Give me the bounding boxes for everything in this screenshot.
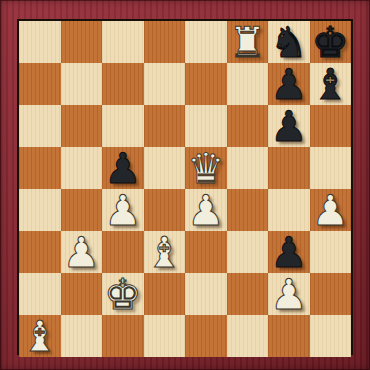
square-d8[interactable] (144, 21, 186, 63)
square-b2[interactable] (61, 273, 103, 315)
square-h7[interactable]: ♝ (310, 63, 352, 105)
square-f7[interactable] (227, 63, 269, 105)
square-d4[interactable] (144, 189, 186, 231)
white-bishop: ♝ (145, 232, 183, 274)
square-d7[interactable] (144, 63, 186, 105)
black-pawn: ♟ (270, 64, 308, 106)
black-pawn: ♟ (270, 106, 308, 148)
square-d6[interactable] (144, 105, 186, 147)
square-c5[interactable]: ♟ (102, 147, 144, 189)
square-f2[interactable] (227, 273, 269, 315)
square-g6[interactable]: ♟ (268, 105, 310, 147)
square-g3[interactable]: ♟ (268, 231, 310, 273)
square-a8[interactable] (19, 21, 61, 63)
square-b7[interactable] (61, 63, 103, 105)
white-pawn: ♟ (187, 190, 225, 232)
square-e6[interactable] (185, 105, 227, 147)
black-pawn: ♟ (270, 232, 308, 274)
black-knight: ♞ (270, 22, 308, 64)
square-e8[interactable] (185, 21, 227, 63)
white-king: ♚ (104, 274, 142, 316)
square-g5[interactable] (268, 147, 310, 189)
square-b8[interactable] (61, 21, 103, 63)
white-queen: ♛ (187, 148, 225, 190)
square-c4[interactable]: ♟ (102, 189, 144, 231)
square-f4[interactable] (227, 189, 269, 231)
square-f1[interactable] (227, 315, 269, 357)
square-h2[interactable] (310, 273, 352, 315)
square-h8[interactable]: ♚ (310, 21, 352, 63)
square-h6[interactable] (310, 105, 352, 147)
white-pawn: ♟ (311, 190, 349, 232)
square-c3[interactable] (102, 231, 144, 273)
square-b1[interactable] (61, 315, 103, 357)
square-h5[interactable] (310, 147, 352, 189)
square-e5[interactable]: ♛ (185, 147, 227, 189)
square-d3[interactable]: ♝ (144, 231, 186, 273)
square-a5[interactable] (19, 147, 61, 189)
square-d5[interactable] (144, 147, 186, 189)
square-e2[interactable] (185, 273, 227, 315)
white-pawn: ♟ (270, 274, 308, 316)
square-e1[interactable] (185, 315, 227, 357)
square-a2[interactable] (19, 273, 61, 315)
square-a3[interactable] (19, 231, 61, 273)
square-c8[interactable] (102, 21, 144, 63)
square-a6[interactable] (19, 105, 61, 147)
square-b5[interactable] (61, 147, 103, 189)
black-pawn: ♟ (104, 148, 142, 190)
white-pawn: ♟ (104, 190, 142, 232)
square-b4[interactable] (61, 189, 103, 231)
square-g1[interactable] (268, 315, 310, 357)
square-f6[interactable] (227, 105, 269, 147)
square-d1[interactable] (144, 315, 186, 357)
square-h1[interactable] (310, 315, 352, 357)
square-h3[interactable] (310, 231, 352, 273)
square-f5[interactable] (227, 147, 269, 189)
square-f3[interactable] (227, 231, 269, 273)
square-g2[interactable]: ♟ (268, 273, 310, 315)
square-c6[interactable] (102, 105, 144, 147)
square-a1[interactable]: ♝ (19, 315, 61, 357)
chess-board: ♜♞♚♟♝♟♟♛♟♟♟♟♝♟♚♟♝ (17, 19, 353, 355)
square-d2[interactable] (144, 273, 186, 315)
square-a7[interactable] (19, 63, 61, 105)
white-rook: ♜ (228, 22, 266, 64)
square-c7[interactable] (102, 63, 144, 105)
square-b3[interactable]: ♟ (61, 231, 103, 273)
white-bishop: ♝ (21, 316, 59, 358)
black-king: ♚ (311, 22, 349, 64)
square-g7[interactable]: ♟ (268, 63, 310, 105)
board-frame: ♜♞♚♟♝♟♟♛♟♟♟♟♝♟♚♟♝ (0, 0, 370, 370)
white-pawn: ♟ (62, 232, 100, 274)
square-e3[interactable] (185, 231, 227, 273)
square-c1[interactable] (102, 315, 144, 357)
square-c2[interactable]: ♚ (102, 273, 144, 315)
black-bishop: ♝ (311, 64, 349, 106)
square-f8[interactable]: ♜ (227, 21, 269, 63)
square-e4[interactable]: ♟ (185, 189, 227, 231)
square-h4[interactable]: ♟ (310, 189, 352, 231)
square-g4[interactable] (268, 189, 310, 231)
square-a4[interactable] (19, 189, 61, 231)
square-b6[interactable] (61, 105, 103, 147)
square-e7[interactable] (185, 63, 227, 105)
square-g8[interactable]: ♞ (268, 21, 310, 63)
